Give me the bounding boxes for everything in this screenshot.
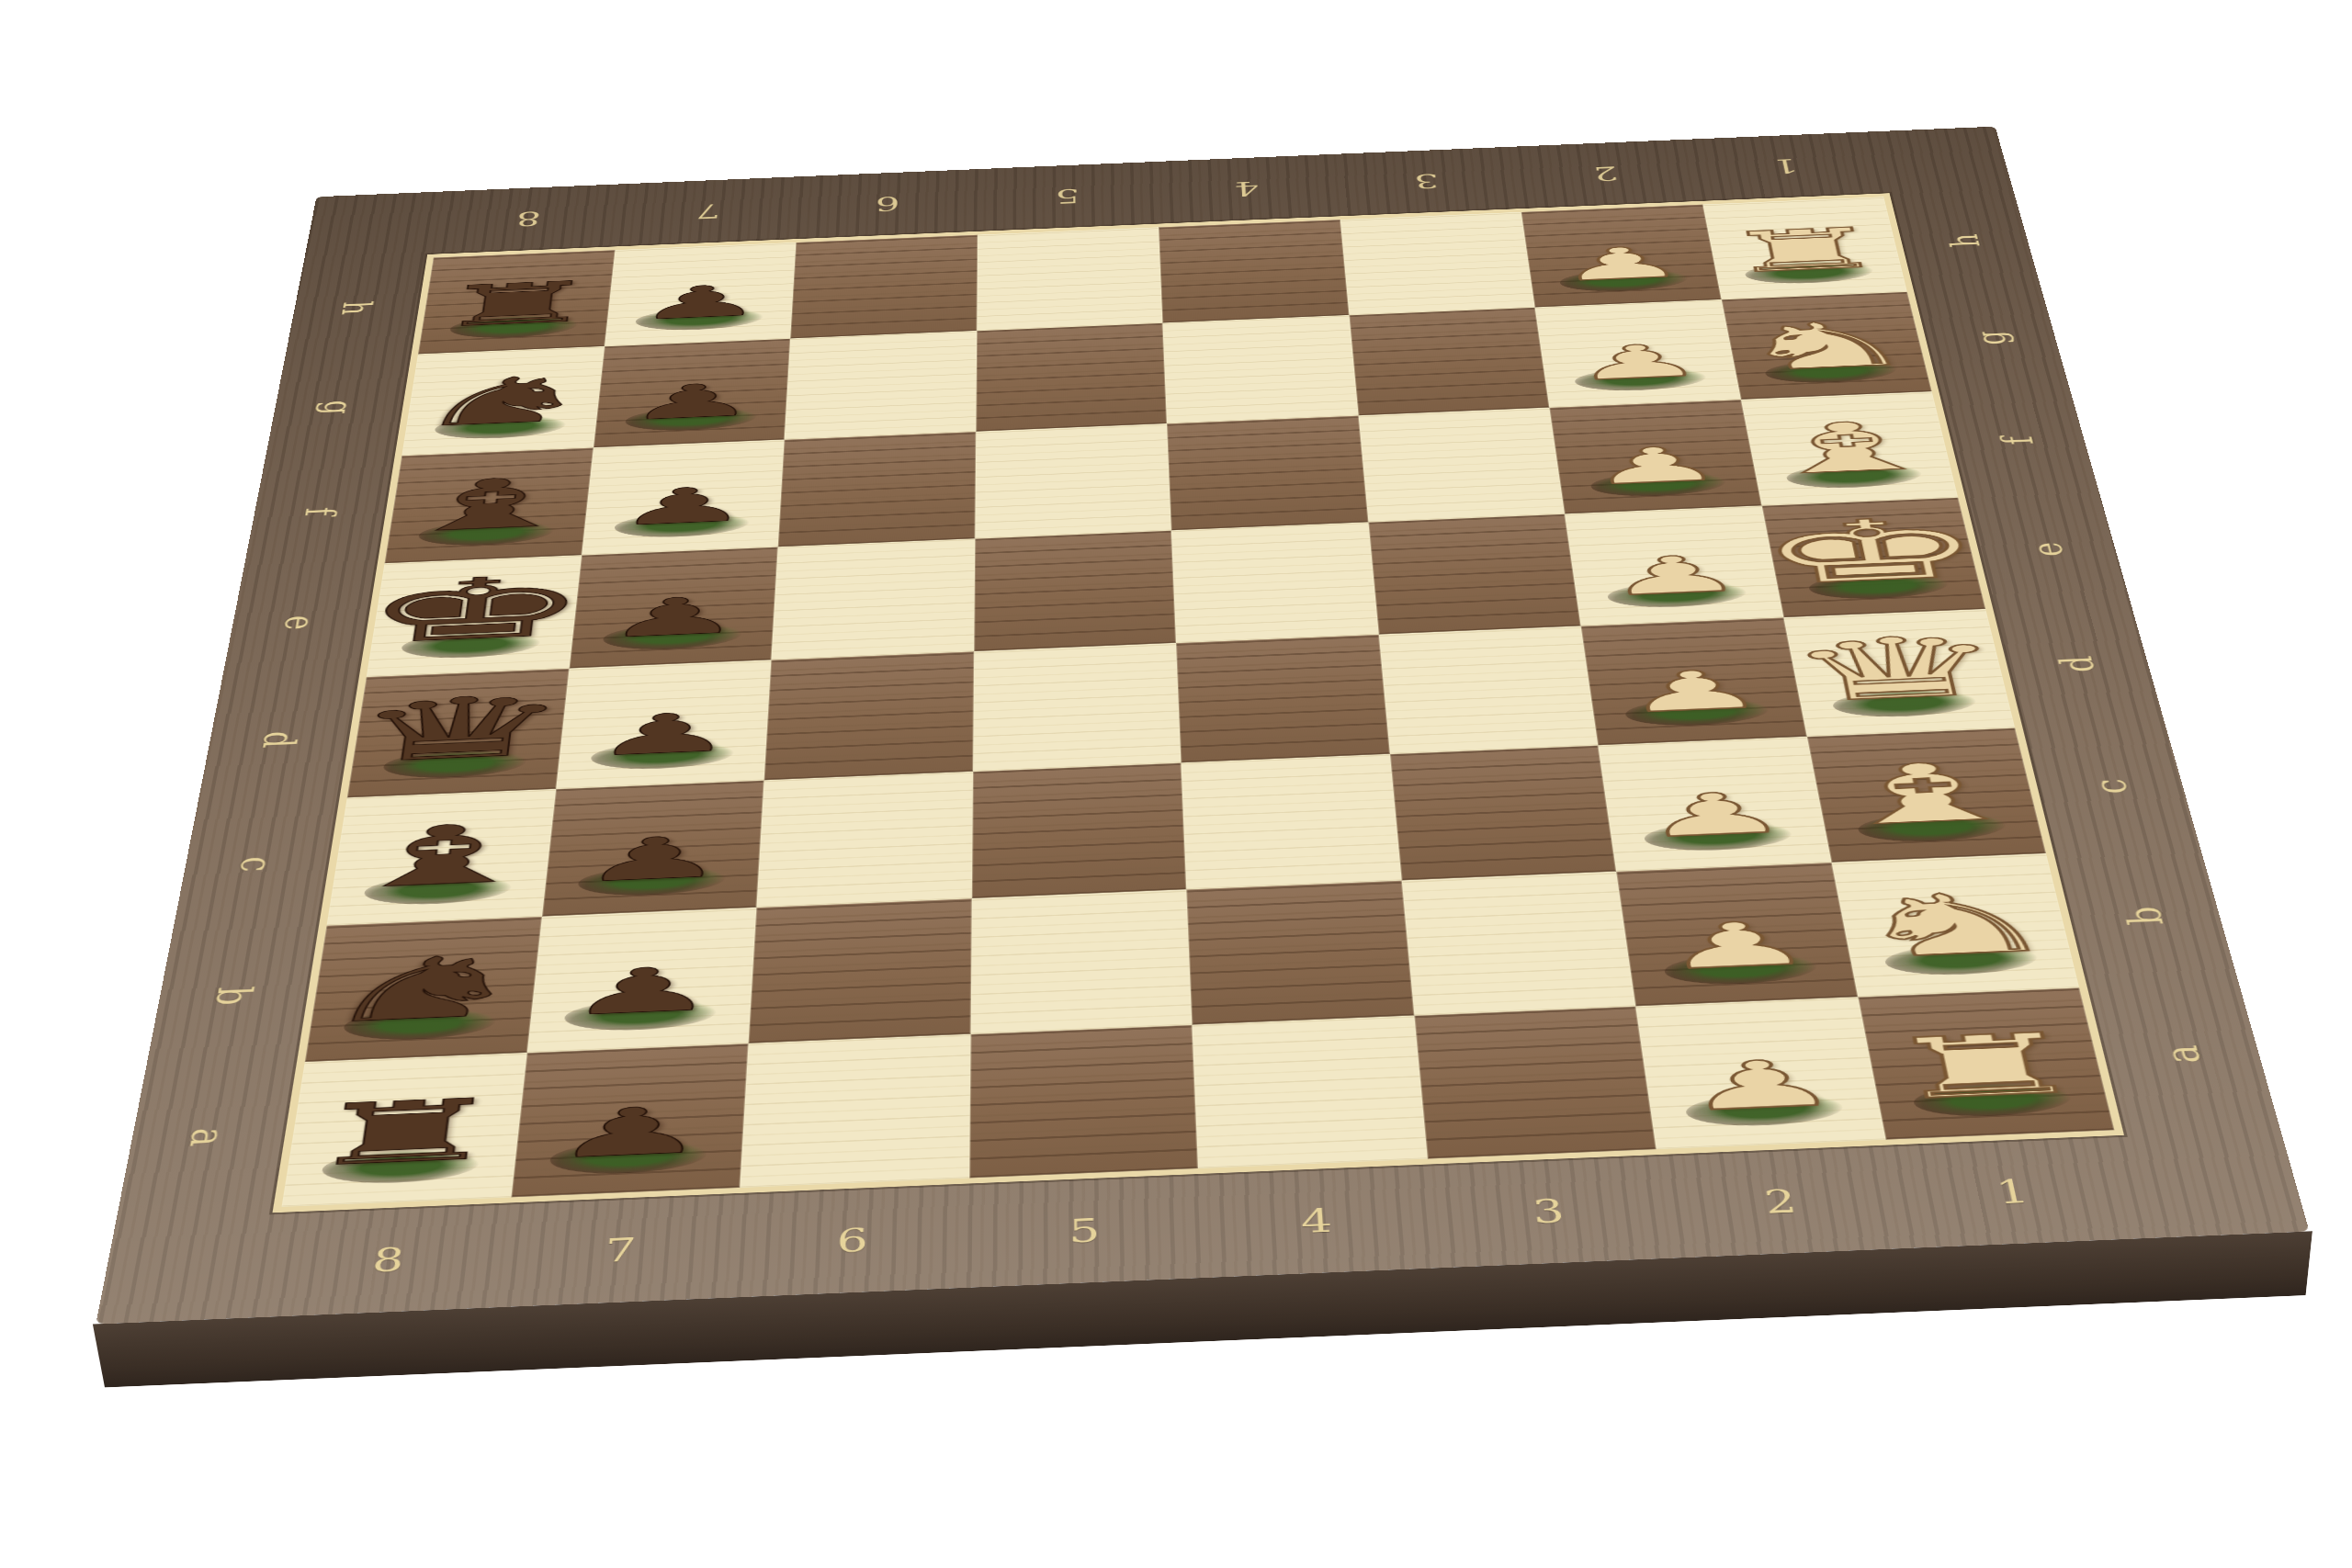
square-b5[interactable] [970, 889, 1192, 1033]
piece-white-pawn-d2[interactable]: ♟ [1618, 662, 1770, 719]
square-g3[interactable] [1349, 307, 1549, 415]
rank-label-top-3: 3 [1413, 169, 1440, 193]
product-photo-stage: ♜♟♟♜♞♟♟♞♝♟♟♝♚♟♟♚♛♟♟♛♝♟♟♝♞♟♟♞♜♟♟♜ hh88gg7… [0, 0, 2352, 1568]
square-g6[interactable] [785, 331, 977, 440]
square-b7[interactable]: ♟ [526, 908, 756, 1053]
square-f6[interactable] [778, 432, 976, 547]
piece-white-pawn-a2[interactable]: ♟ [1677, 1051, 1845, 1119]
square-d4[interactable] [1176, 635, 1389, 762]
piece-black-knight-g8[interactable]: ♞ [408, 367, 599, 434]
felt-pad [1643, 819, 1794, 853]
file-label-left-g: g [314, 400, 364, 415]
board-playing-area: ♜♟♟♜♞♟♟♞♝♟♟♝♚♟♟♚♛♟♟♛♝♟♟♝♞♟♟♞♜♟♟♜ [273, 193, 2124, 1213]
square-d6[interactable] [764, 651, 974, 780]
square-e1[interactable]: ♚ [1761, 497, 1985, 617]
square-e8[interactable]: ♚ [367, 555, 582, 677]
piece-white-pawn-b2[interactable]: ♟ [1656, 913, 1818, 976]
felt-pad [382, 748, 528, 780]
piece-white-knight-b1[interactable]: ♞ [1840, 881, 2069, 968]
square-a1[interactable]: ♜ [1858, 987, 2115, 1140]
rank-label-bottom-1: 1 [1993, 1172, 2032, 1212]
square-f7[interactable]: ♟ [582, 440, 785, 555]
rank-label-top-7: 7 [695, 199, 722, 223]
square-b2[interactable]: ♟ [1616, 863, 1858, 1006]
square-h5[interactable] [977, 227, 1163, 331]
square-h1[interactable]: ♜ [1702, 197, 1907, 299]
perspective-scene: ♜♟♟♜♞♟♟♞♝♟♟♝♚♟♟♚♛♟♟♛♝♟♟♝♞♟♟♞♜♟♟♜ hh88gg7… [0, 0, 2352, 1568]
piece-white-bishop-c1[interactable]: ♝ [1812, 752, 2039, 837]
rank-label-bottom-6: 6 [836, 1220, 869, 1259]
square-b4[interactable] [1186, 881, 1414, 1025]
piece-white-pawn-h2[interactable]: ♟ [1554, 241, 1690, 287]
felt-pad [1883, 942, 2041, 977]
square-b6[interactable] [749, 898, 972, 1043]
square-a5[interactable] [969, 1024, 1198, 1178]
rank-label-bottom-7: 7 [603, 1230, 638, 1269]
felt-pad [342, 1006, 498, 1043]
square-a4[interactable] [1192, 1015, 1427, 1168]
board-front-edge [93, 1231, 2312, 1387]
square-e4[interactable] [1171, 522, 1378, 643]
file-label-right-c: c [2082, 778, 2139, 795]
file-label-left-c: c [230, 855, 285, 873]
file-label-right-d: d [2050, 655, 2105, 673]
square-d5[interactable] [973, 643, 1182, 772]
piece-black-pawn-a7[interactable]: ♟ [548, 1098, 712, 1167]
square-h4[interactable] [1159, 220, 1349, 322]
square-h8[interactable]: ♜ [418, 250, 615, 354]
piece-black-knight-b8[interactable]: ♞ [313, 945, 536, 1034]
felt-pad [320, 1147, 481, 1186]
square-h3[interactable] [1340, 212, 1534, 315]
piece-white-pawn-g2[interactable]: ♟ [1568, 337, 1708, 386]
square-e6[interactable] [771, 538, 974, 660]
piece-white-king-e1[interactable]: ♚ [1747, 507, 1996, 595]
square-c1[interactable]: ♝ [1806, 728, 2046, 863]
square-c3[interactable] [1389, 745, 1616, 880]
piece-white-bishop-f1[interactable]: ♝ [1746, 412, 1952, 483]
rank-label-top-4: 4 [1234, 177, 1260, 201]
file-label-left-a: a [179, 1126, 239, 1147]
square-d3[interactable] [1378, 626, 1598, 754]
square-a8[interactable]: ♜ [282, 1053, 527, 1207]
chess-board: ♜♟♟♜♞♟♟♞♝♟♟♝♚♟♟♚♛♟♟♛♝♟♟♝♞♟♟♞♜♟♟♜ hh88gg7… [96, 127, 2309, 1325]
file-label-right-f: f [1993, 435, 2043, 446]
piece-black-bishop-c8[interactable]: ♝ [332, 813, 552, 899]
square-c2[interactable]: ♟ [1598, 737, 1831, 872]
square-f5[interactable] [975, 423, 1171, 538]
felt-pad [548, 1138, 708, 1177]
file-label-left-f: f [295, 506, 345, 516]
piece-black-pawn-g7[interactable]: ♟ [624, 377, 760, 425]
square-g4[interactable] [1162, 315, 1358, 423]
square-g5[interactable] [976, 322, 1167, 432]
square-e3[interactable] [1368, 513, 1581, 635]
square-d7[interactable]: ♟ [556, 660, 772, 788]
square-d8[interactable]: ♛ [347, 669, 569, 798]
piece-black-rook-a8[interactable]: ♜ [298, 1089, 512, 1177]
felt-pad [563, 997, 718, 1033]
square-h6[interactable] [790, 235, 978, 339]
felt-pad [1830, 687, 1979, 719]
square-f4[interactable] [1167, 415, 1368, 530]
felt-pad [1684, 1090, 1846, 1129]
rank-label-top-2: 2 [1592, 162, 1621, 186]
square-g1[interactable]: ♞ [1721, 291, 1932, 400]
felt-pad [1855, 810, 2008, 844]
square-g2[interactable]: ♟ [1535, 299, 1741, 408]
felt-pad [1663, 951, 1820, 987]
square-g8[interactable]: ♞ [401, 346, 604, 456]
piece-black-queen-d8[interactable]: ♛ [342, 684, 576, 773]
square-e7[interactable]: ♟ [569, 547, 778, 669]
felt-pad [577, 863, 727, 897]
square-c5[interactable] [971, 762, 1186, 898]
square-a6[interactable] [740, 1034, 970, 1189]
piece-white-knight-g1[interactable]: ♞ [1728, 312, 1924, 378]
square-d2[interactable]: ♟ [1581, 617, 1807, 745]
file-label-right-a: a [2151, 1043, 2211, 1064]
square-f8[interactable]: ♝ [385, 447, 594, 563]
file-label-right-b: b [2115, 906, 2175, 926]
file-label-left-h: h [333, 300, 380, 316]
piece-white-queen-d1[interactable]: ♛ [1777, 625, 2018, 713]
file-label-left-b: b [205, 986, 263, 1007]
board-coordinate-labels: hh88gg77ff66ee55dd44cc33bb22aa11 [316, 127, 1995, 197]
felt-pad [363, 873, 514, 908]
square-c4[interactable] [1181, 754, 1401, 890]
felt-pad [1624, 695, 1771, 728]
square-d1[interactable]: ♛ [1783, 609, 2015, 737]
square-g7[interactable]: ♟ [593, 338, 790, 447]
file-label-right-e: e [2020, 541, 2074, 558]
rank-label-bottom-4: 4 [1299, 1201, 1333, 1240]
piece-black-rook-h8[interactable]: ♜ [430, 274, 603, 333]
rank-label-bottom-5: 5 [1069, 1211, 1101, 1250]
felt-pad [1911, 1081, 2075, 1120]
file-label-right-g: g [1965, 330, 2016, 345]
piece-black-pawn-c7[interactable]: ♟ [577, 829, 730, 889]
file-label-left-e: e [275, 615, 327, 631]
piece-white-pawn-e2[interactable]: ♟ [1600, 548, 1748, 603]
square-f2[interactable]: ♟ [1549, 400, 1761, 513]
rank-label-top-5: 5 [1055, 185, 1080, 209]
piece-white-rook-a1[interactable]: ♜ [1875, 1023, 2097, 1111]
square-e5[interactable] [974, 530, 1176, 651]
piece-black-pawn-d7[interactable]: ♟ [590, 705, 738, 762]
square-a3[interactable] [1414, 1006, 1657, 1159]
square-h2[interactable]: ♟ [1521, 204, 1722, 307]
rank-label-top-6: 6 [876, 192, 900, 216]
rank-label-bottom-2: 2 [1761, 1181, 1799, 1221]
piece-black-pawn-e7[interactable]: ♟ [602, 590, 746, 644]
square-c6[interactable] [756, 772, 972, 908]
square-f1[interactable]: ♝ [1741, 391, 1959, 505]
file-label-left-d: d [253, 730, 307, 749]
rank-label-bottom-3: 3 [1531, 1191, 1566, 1231]
piece-white-pawn-f2[interactable]: ♟ [1584, 440, 1727, 491]
square-b1[interactable]: ♞ [1831, 853, 2079, 997]
square-c8[interactable]: ♝ [326, 789, 555, 926]
file-label-right-h: h [1939, 233, 1989, 248]
piece-black-king-e8[interactable]: ♚ [354, 565, 595, 654]
piece-black-bishop-f8[interactable]: ♝ [389, 468, 590, 541]
square-f3[interactable] [1358, 408, 1565, 523]
felt-pad [590, 739, 735, 771]
square-a7[interactable]: ♟ [511, 1043, 749, 1198]
square-a2[interactable]: ♟ [1635, 997, 1885, 1149]
square-h7[interactable]: ♟ [605, 243, 797, 346]
rank-label-top-1: 1 [1770, 154, 1800, 178]
piece-black-pawn-h7[interactable]: ♟ [634, 279, 766, 326]
piece-white-rook-h1[interactable]: ♜ [1716, 220, 1894, 279]
piece-black-pawn-f7[interactable]: ♟ [613, 480, 752, 532]
square-c7[interactable]: ♟ [541, 780, 763, 917]
rank-label-top-8: 8 [515, 207, 543, 231]
square-b3[interactable] [1401, 872, 1635, 1016]
rank-label-bottom-8: 8 [370, 1239, 407, 1279]
piece-black-pawn-b7[interactable]: ♟ [563, 959, 721, 1023]
piece-white-pawn-c2[interactable]: ♟ [1636, 784, 1794, 845]
square-b8[interactable]: ♞ [305, 917, 542, 1062]
